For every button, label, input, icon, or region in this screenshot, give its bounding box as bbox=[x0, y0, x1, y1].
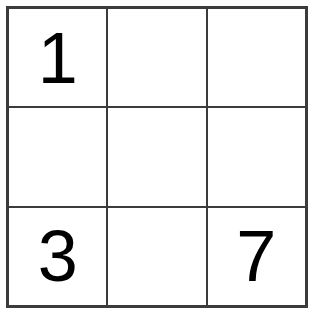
grid-cell-r3c3: 7 bbox=[208, 208, 305, 305]
grid-cell-r3c2[interactable] bbox=[108, 208, 205, 305]
grid-cell-r1c2[interactable] bbox=[108, 9, 205, 106]
grid-cell-r1c3[interactable] bbox=[208, 9, 305, 106]
grid-cell-r2c1[interactable] bbox=[9, 108, 106, 205]
grid-cell-r3c1: 3 bbox=[9, 208, 106, 305]
puzzle-board: 1 3 7 bbox=[6, 6, 308, 308]
grid-cell-r1c1: 1 bbox=[9, 9, 106, 106]
grid-cell-r2c2[interactable] bbox=[108, 108, 205, 205]
grid-cell-r2c3[interactable] bbox=[208, 108, 305, 205]
